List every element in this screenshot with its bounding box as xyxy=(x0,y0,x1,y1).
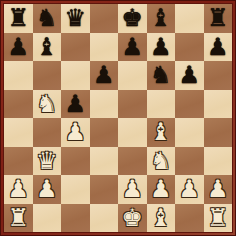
square-a4[interactable] xyxy=(4,118,33,147)
square-d1[interactable] xyxy=(90,204,119,233)
square-e3[interactable] xyxy=(118,147,147,176)
piece-white-pawn[interactable]: ♟ xyxy=(207,175,229,204)
square-b6[interactable] xyxy=(33,61,62,90)
square-f3[interactable]: ♞ xyxy=(147,147,176,176)
piece-black-knight[interactable]: ♞ xyxy=(150,61,172,90)
piece-black-pawn[interactable]: ♟ xyxy=(64,90,86,119)
square-e6[interactable] xyxy=(118,61,147,90)
square-f1[interactable]: ♝ xyxy=(147,204,176,233)
piece-white-rook[interactable]: ♜ xyxy=(207,204,229,233)
piece-white-bishop[interactable]: ♝ xyxy=(150,118,172,147)
square-g8[interactable] xyxy=(175,4,204,33)
square-c4[interactable]: ♟ xyxy=(61,118,90,147)
piece-white-rook[interactable]: ♜ xyxy=(7,204,29,233)
square-c3[interactable] xyxy=(61,147,90,176)
square-h4[interactable] xyxy=(204,118,233,147)
square-f6[interactable]: ♞ xyxy=(147,61,176,90)
square-b7[interactable]: ♝ xyxy=(33,33,62,62)
square-e1[interactable]: ♚ xyxy=(118,204,147,233)
board-frame: ♜♞♛♚♝♜♟♝♟♟♟♟♞♟♞♟♟♝♛♞♟♟♟♟♟♟♜♚♝♜ xyxy=(0,0,236,236)
square-g1[interactable] xyxy=(175,204,204,233)
square-c6[interactable] xyxy=(61,61,90,90)
square-b3[interactable]: ♛ xyxy=(33,147,62,176)
square-e2[interactable]: ♟ xyxy=(118,175,147,204)
square-h3[interactable] xyxy=(204,147,233,176)
piece-white-pawn[interactable]: ♟ xyxy=(64,118,86,147)
square-c1[interactable] xyxy=(61,204,90,233)
piece-black-knight[interactable]: ♞ xyxy=(36,4,58,33)
square-g4[interactable] xyxy=(175,118,204,147)
square-g3[interactable] xyxy=(175,147,204,176)
piece-black-pawn[interactable]: ♟ xyxy=(178,61,200,90)
piece-black-pawn[interactable]: ♟ xyxy=(93,61,115,90)
piece-black-pawn[interactable]: ♟ xyxy=(207,33,229,62)
square-h2[interactable]: ♟ xyxy=(204,175,233,204)
piece-white-king[interactable]: ♚ xyxy=(121,204,143,233)
square-h8[interactable]: ♜ xyxy=(204,4,233,33)
square-d7[interactable] xyxy=(90,33,119,62)
piece-black-pawn[interactable]: ♟ xyxy=(150,33,172,62)
square-c5[interactable]: ♟ xyxy=(61,90,90,119)
piece-white-pawn[interactable]: ♟ xyxy=(150,175,172,204)
square-e7[interactable]: ♟ xyxy=(118,33,147,62)
square-g2[interactable]: ♟ xyxy=(175,175,204,204)
piece-white-pawn[interactable]: ♟ xyxy=(36,175,58,204)
square-b5[interactable]: ♞ xyxy=(33,90,62,119)
square-a3[interactable] xyxy=(4,147,33,176)
piece-black-queen[interactable]: ♛ xyxy=(64,4,86,33)
square-b8[interactable]: ♞ xyxy=(33,4,62,33)
square-f7[interactable]: ♟ xyxy=(147,33,176,62)
square-e4[interactable] xyxy=(118,118,147,147)
square-f2[interactable]: ♟ xyxy=(147,175,176,204)
square-h7[interactable]: ♟ xyxy=(204,33,233,62)
square-d8[interactable] xyxy=(90,4,119,33)
square-e8[interactable]: ♚ xyxy=(118,4,147,33)
square-c8[interactable]: ♛ xyxy=(61,4,90,33)
square-f4[interactable]: ♝ xyxy=(147,118,176,147)
square-h5[interactable] xyxy=(204,90,233,119)
piece-white-knight[interactable]: ♞ xyxy=(36,90,58,119)
piece-white-pawn[interactable]: ♟ xyxy=(121,175,143,204)
square-g5[interactable] xyxy=(175,90,204,119)
square-h1[interactable]: ♜ xyxy=(204,204,233,233)
square-f5[interactable] xyxy=(147,90,176,119)
piece-white-knight[interactable]: ♞ xyxy=(150,147,172,176)
piece-black-rook[interactable]: ♜ xyxy=(7,4,29,33)
square-h6[interactable] xyxy=(204,61,233,90)
piece-white-pawn[interactable]: ♟ xyxy=(7,175,29,204)
square-a6[interactable] xyxy=(4,61,33,90)
square-e5[interactable] xyxy=(118,90,147,119)
piece-white-bishop[interactable]: ♝ xyxy=(150,204,172,233)
piece-black-bishop[interactable]: ♝ xyxy=(150,4,172,33)
square-f8[interactable]: ♝ xyxy=(147,4,176,33)
piece-black-rook[interactable]: ♜ xyxy=(207,4,229,33)
square-c2[interactable] xyxy=(61,175,90,204)
piece-black-pawn[interactable]: ♟ xyxy=(7,33,29,62)
square-b1[interactable] xyxy=(33,204,62,233)
square-g7[interactable] xyxy=(175,33,204,62)
square-c7[interactable] xyxy=(61,33,90,62)
square-b4[interactable] xyxy=(33,118,62,147)
piece-black-bishop[interactable]: ♝ xyxy=(36,33,58,62)
square-a2[interactable]: ♟ xyxy=(4,175,33,204)
square-a8[interactable]: ♜ xyxy=(4,4,33,33)
chessboard: ♜♞♛♚♝♜♟♝♟♟♟♟♞♟♞♟♟♝♛♞♟♟♟♟♟♟♜♚♝♜ xyxy=(4,4,232,232)
square-a7[interactable]: ♟ xyxy=(4,33,33,62)
square-d4[interactable] xyxy=(90,118,119,147)
square-d3[interactable] xyxy=(90,147,119,176)
square-d6[interactable]: ♟ xyxy=(90,61,119,90)
square-a1[interactable]: ♜ xyxy=(4,204,33,233)
square-g6[interactable]: ♟ xyxy=(175,61,204,90)
piece-black-pawn[interactable]: ♟ xyxy=(121,33,143,62)
square-a5[interactable] xyxy=(4,90,33,119)
piece-white-pawn[interactable]: ♟ xyxy=(178,175,200,204)
square-d5[interactable] xyxy=(90,90,119,119)
square-b2[interactable]: ♟ xyxy=(33,175,62,204)
square-d2[interactable] xyxy=(90,175,119,204)
piece-white-queen[interactable]: ♛ xyxy=(36,147,58,176)
piece-black-king[interactable]: ♚ xyxy=(121,4,143,33)
